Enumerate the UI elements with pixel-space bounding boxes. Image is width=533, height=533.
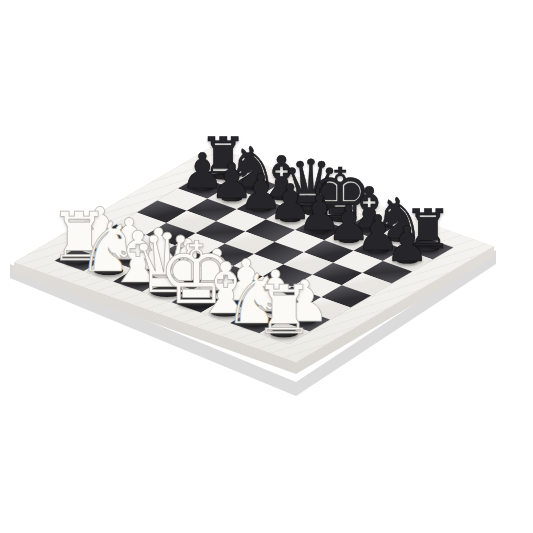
piece-glyph: ♜ bbox=[253, 277, 313, 344]
piece-glyph: ♟ bbox=[385, 220, 429, 269]
square-h1[interactable]: ♜ bbox=[260, 321, 310, 343]
chess-board: ♜♞♝♛♚♝♞♜♟♟♟♟♟♟♟♟♟♟♟♟♟♟♟♟♜♞♝♛♚♝♞♜ bbox=[14, 146, 494, 362]
product-photo: ♜♞♝♛♚♝♞♜♟♟♟♟♟♟♟♟♟♟♟♟♟♟♟♟♜♞♝♛♚♝♞♜ bbox=[0, 0, 533, 533]
